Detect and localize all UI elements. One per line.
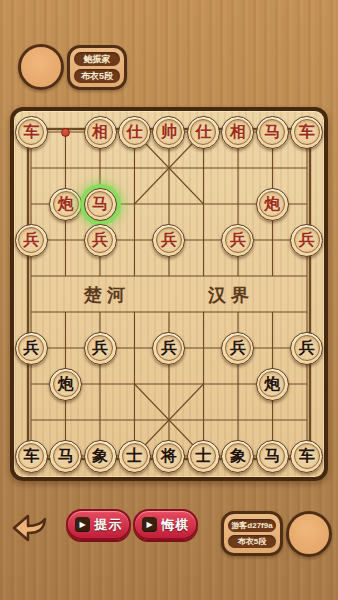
board-point-a9: 车 [14, 438, 48, 474]
piece-face: 兵 [18, 227, 44, 253]
piece-character: 炮 [58, 376, 74, 392]
hint-label: 提示 [95, 516, 123, 534]
piece-red-仕[interactable]: 仕 [118, 116, 151, 149]
piece-face: 马 [87, 191, 113, 217]
piece-red-仕[interactable]: 仕 [187, 116, 220, 149]
piece-character: 兵 [299, 232, 315, 248]
player-name: 游客d27f9a [228, 519, 276, 532]
back-button[interactable] [11, 506, 51, 546]
piece-black-马[interactable]: 马 [49, 440, 82, 473]
board-point-e0: 帅 [152, 114, 186, 150]
board-point-g0: 相 [221, 114, 255, 150]
piece-black-士[interactable]: 士 [187, 440, 220, 473]
piece-black-兵[interactable]: 兵 [152, 332, 185, 365]
board-point-h9: 马 [255, 438, 289, 474]
piece-face: 车 [294, 119, 320, 145]
opponent-avatar[interactable] [18, 44, 64, 90]
piece-face: 车 [294, 443, 320, 469]
piece-character: 炮 [264, 376, 280, 392]
piece-face: 相 [87, 119, 113, 145]
board-point-f0: 仕 [186, 114, 220, 150]
piece-black-兵[interactable]: 兵 [221, 332, 254, 365]
piece-face: 兵 [87, 227, 113, 253]
board-point-i0: 车 [290, 114, 324, 150]
board-point-b9: 马 [48, 438, 82, 474]
play-icon: ▶ [142, 517, 157, 532]
piece-character: 兵 [230, 340, 246, 356]
piece-face: 炮 [259, 191, 285, 217]
piece-character: 仕 [127, 124, 143, 140]
piece-face: 兵 [156, 227, 182, 253]
piece-red-兵[interactable]: 兵 [152, 224, 185, 257]
board-point-h2: 炮 [255, 186, 289, 222]
board-point-c9: 象 [83, 438, 117, 474]
piece-black-炮[interactable]: 炮 [49, 368, 82, 401]
piece-face: 士 [190, 443, 216, 469]
board-point-h0: 马 [255, 114, 289, 150]
board-point-i3: 兵 [290, 222, 324, 258]
piece-black-车[interactable]: 车 [15, 440, 48, 473]
piece-red-马[interactable]: 马 [256, 116, 289, 149]
undo-move-button[interactable]: ▶ 悔棋 [133, 509, 198, 540]
board-point-g3: 兵 [221, 222, 255, 258]
piece-character: 帅 [161, 124, 177, 140]
game-screen: 鲍振家 布衣5段 楚河 汉界 车相仕帅仕相马车炮马炮兵兵兵兵兵兵兵兵兵兵炮炮车马… [0, 0, 338, 600]
piece-face: 马 [259, 119, 285, 145]
piece-red-兵[interactable]: 兵 [221, 224, 254, 257]
piece-character: 相 [92, 124, 108, 140]
piece-red-马[interactable]: 马 [84, 188, 117, 221]
piece-black-象[interactable]: 象 [84, 440, 117, 473]
piece-face: 象 [225, 443, 251, 469]
xiangqi-board: 楚河 汉界 车相仕帅仕相马车炮马炮兵兵兵兵兵兵兵兵兵兵炮炮车马象士将士象马车 [10, 107, 328, 481]
board-point-e9: 将 [152, 438, 186, 474]
opponent-rank-badge: 布衣5段 [74, 69, 120, 83]
piece-character: 兵 [92, 232, 108, 248]
piece-character: 马 [264, 124, 280, 140]
play-icon: ▶ [75, 517, 90, 532]
piece-face: 仕 [122, 119, 148, 145]
piece-character: 马 [264, 448, 280, 464]
piece-character: 士 [195, 448, 211, 464]
board-point-d0: 仕 [117, 114, 151, 150]
piece-face: 仕 [190, 119, 216, 145]
piece-face: 兵 [225, 335, 251, 361]
board-point-a3: 兵 [14, 222, 48, 258]
piece-character: 炮 [58, 196, 74, 212]
piece-face: 炮 [53, 371, 79, 397]
board-pieces: 车相仕帅仕相马车炮马炮兵兵兵兵兵兵兵兵兵兵炮炮车马象士将士象马车 [14, 114, 324, 474]
piece-character: 马 [92, 196, 108, 212]
piece-black-士[interactable]: 士 [118, 440, 151, 473]
piece-character: 兵 [230, 232, 246, 248]
board-surface: 楚河 汉界 车相仕帅仕相马车炮马炮兵兵兵兵兵兵兵兵兵兵炮炮车马象士将士象马车 [14, 111, 324, 477]
piece-character: 仕 [195, 124, 211, 140]
marker-last-move-origin-b0 [48, 114, 82, 150]
piece-character: 马 [58, 448, 74, 464]
piece-red-炮[interactable]: 炮 [256, 188, 289, 221]
board-point-b7: 炮 [48, 366, 82, 402]
player-info-plate: 游客d27f9a 布衣5段 [221, 511, 283, 556]
piece-black-车[interactable]: 车 [290, 440, 323, 473]
board-point-a6: 兵 [14, 330, 48, 366]
hint-button[interactable]: ▶ 提示 [66, 509, 131, 540]
piece-face: 马 [53, 443, 79, 469]
board-point-a0: 车 [14, 114, 48, 150]
piece-face: 兵 [156, 335, 182, 361]
board-point-c6: 兵 [83, 330, 117, 366]
piece-character: 士 [127, 448, 143, 464]
piece-face: 车 [18, 119, 44, 145]
piece-character: 兵 [161, 232, 177, 248]
board-point-d9: 士 [117, 438, 151, 474]
piece-character: 相 [230, 124, 246, 140]
piece-red-车[interactable]: 车 [15, 116, 48, 149]
board-point-e6: 兵 [152, 330, 186, 366]
piece-red-兵[interactable]: 兵 [290, 224, 323, 257]
undo-arrow-icon [11, 506, 51, 546]
piece-red-兵[interactable]: 兵 [15, 224, 48, 257]
piece-face: 士 [122, 443, 148, 469]
piece-face: 车 [18, 443, 44, 469]
opponent-info-plate: 鲍振家 布衣5段 [67, 45, 127, 90]
piece-character: 兵 [23, 232, 39, 248]
piece-red-炮[interactable]: 炮 [49, 188, 82, 221]
undo-label: 悔棋 [162, 516, 190, 534]
piece-face: 兵 [18, 335, 44, 361]
piece-character: 兵 [161, 340, 177, 356]
board-point-c0: 相 [83, 114, 117, 150]
piece-red-帅[interactable]: 帅 [152, 116, 185, 149]
piece-black-象[interactable]: 象 [221, 440, 254, 473]
piece-character: 兵 [92, 340, 108, 356]
piece-black-兵[interactable]: 兵 [290, 332, 323, 365]
piece-character: 象 [92, 448, 108, 464]
player-avatar[interactable] [286, 511, 332, 557]
piece-black-兵[interactable]: 兵 [15, 332, 48, 365]
board-point-e3: 兵 [152, 222, 186, 258]
piece-face: 帅 [156, 119, 182, 145]
piece-face: 马 [259, 443, 285, 469]
piece-red-相[interactable]: 相 [221, 116, 254, 149]
board-point-b2: 炮 [48, 186, 82, 222]
piece-red-车[interactable]: 车 [290, 116, 323, 149]
piece-character: 车 [299, 448, 315, 464]
piece-face: 将 [156, 443, 182, 469]
piece-character: 车 [23, 448, 39, 464]
opponent-name: 鲍振家 [74, 52, 120, 66]
piece-face: 炮 [259, 371, 285, 397]
board-point-c3: 兵 [83, 222, 117, 258]
board-point-g6: 兵 [221, 330, 255, 366]
last-move-origin-dot [61, 128, 70, 137]
piece-face: 象 [87, 443, 113, 469]
piece-character: 兵 [299, 340, 315, 356]
piece-black-炮[interactable]: 炮 [256, 368, 289, 401]
piece-black-兵[interactable]: 兵 [84, 332, 117, 365]
piece-red-兵[interactable]: 兵 [84, 224, 117, 257]
board-point-g9: 象 [221, 438, 255, 474]
piece-red-相[interactable]: 相 [84, 116, 117, 149]
piece-face: 兵 [294, 335, 320, 361]
piece-face: 兵 [87, 335, 113, 361]
board-point-c2: 马 [83, 186, 117, 222]
piece-face: 炮 [53, 191, 79, 217]
piece-character: 象 [230, 448, 246, 464]
piece-black-马[interactable]: 马 [256, 440, 289, 473]
piece-face: 相 [225, 119, 251, 145]
piece-character: 车 [299, 124, 315, 140]
piece-face: 兵 [294, 227, 320, 253]
piece-face: 兵 [225, 227, 251, 253]
piece-character: 炮 [264, 196, 280, 212]
piece-character: 将 [161, 448, 177, 464]
piece-character: 车 [23, 124, 39, 140]
piece-black-将[interactable]: 将 [152, 440, 185, 473]
board-point-f9: 士 [186, 438, 220, 474]
board-point-i9: 车 [290, 438, 324, 474]
piece-character: 兵 [23, 340, 39, 356]
board-point-h7: 炮 [255, 366, 289, 402]
board-point-i6: 兵 [290, 330, 324, 366]
player-rank-badge: 布衣5段 [228, 535, 276, 548]
